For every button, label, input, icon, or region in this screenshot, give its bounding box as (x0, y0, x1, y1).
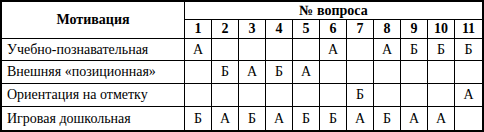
answer-cell-4-10: А (428, 107, 455, 130)
column-header-10: 10 (428, 20, 455, 39)
answer-cell-1-10: Б (428, 39, 455, 61)
answer-cell-1-6: А (320, 39, 347, 61)
answer-cell-2-4: Б (266, 61, 293, 84)
answer-cell-4-7: А (347, 107, 374, 130)
answer-cell-2-2: Б (212, 61, 239, 84)
answer-cell-3-3 (239, 84, 266, 107)
answer-cell-3-6 (320, 84, 347, 107)
answer-cell-1-4 (266, 39, 293, 61)
answer-cell-1-5 (293, 39, 320, 61)
answer-cell-4-4: А (266, 107, 293, 130)
answer-cell-2-10 (428, 61, 455, 84)
row-label-igrovaya-doshkolnaya: Игровая дошкольная (2, 107, 185, 130)
column-header-4: 4 (266, 20, 293, 39)
answer-cell-3-7: Б (347, 84, 374, 107)
answer-cell-1-9: Б (401, 39, 428, 61)
row-label-vneshnyaya-pozitsionnaya: Внешняя «позиционная» (2, 61, 185, 84)
answer-cell-2-8 (374, 61, 401, 84)
answer-cell-2-11 (455, 61, 482, 84)
column-header-9: 9 (401, 20, 428, 39)
answer-cell-3-1 (185, 84, 212, 107)
answer-cell-4-3: Б (239, 107, 266, 130)
column-header-5: 5 (293, 20, 320, 39)
column-header-11: 11 (455, 20, 482, 39)
answer-cell-1-8: А (374, 39, 401, 61)
row-label-orientatsiya-na-otmetku: Ориентация на отметку (2, 84, 185, 107)
row-label-uchebno-poznavatelnaya: Учебно-познавательная (2, 39, 185, 61)
column-header-2: 2 (212, 20, 239, 39)
answer-cell-2-5: А (293, 61, 320, 84)
answer-cell-2-6 (320, 61, 347, 84)
column-header-8: 8 (374, 20, 401, 39)
answer-cell-2-9 (401, 61, 428, 84)
answer-cell-1-7 (347, 39, 374, 61)
answer-cell-1-2 (212, 39, 239, 61)
answer-cell-4-6: Б (320, 107, 347, 130)
answer-cell-4-5: Б (293, 107, 320, 130)
answer-cell-4-2: А (212, 107, 239, 130)
group-header-question-number: № вопроса (185, 2, 482, 20)
answer-cell-1-1: А (185, 39, 212, 61)
column-header-6: 6 (320, 20, 347, 39)
answer-cell-3-9 (401, 84, 428, 107)
answer-cell-3-10 (428, 84, 455, 107)
answer-cell-1-11: Б (455, 39, 482, 61)
answer-cell-2-1 (185, 61, 212, 84)
column-header-3: 3 (239, 20, 266, 39)
answer-cell-3-4 (266, 84, 293, 107)
column-header-1: 1 (185, 20, 212, 39)
answer-cell-3-11: А (455, 84, 482, 107)
answer-key-table: Мотивация № вопроса 1 2 3 4 5 6 7 8 9 10… (0, 0, 484, 132)
answer-cell-4-11 (455, 107, 482, 130)
answer-cell-4-9: А (401, 107, 428, 130)
column-header-7: 7 (347, 20, 374, 39)
answer-cell-3-2 (212, 84, 239, 107)
answer-cell-4-1: Б (185, 107, 212, 130)
corner-header-motivation: Мотивация (2, 2, 185, 39)
answer-cell-3-8 (374, 84, 401, 107)
answer-cell-4-8: Б (374, 107, 401, 130)
answer-cell-2-7 (347, 61, 374, 84)
answer-cell-2-3: А (239, 61, 266, 84)
answer-cell-3-5 (293, 84, 320, 107)
answer-cell-1-3 (239, 39, 266, 61)
